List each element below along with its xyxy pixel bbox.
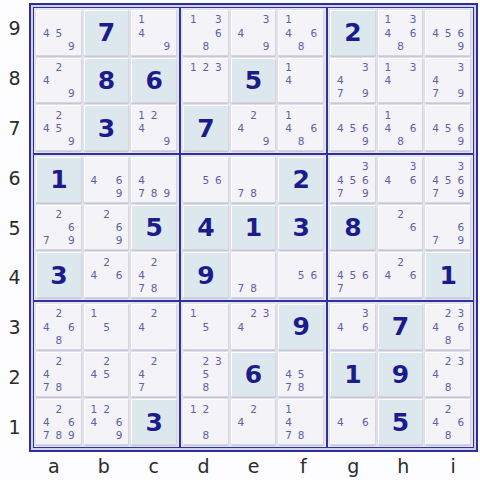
cell-c7[interactable]: 1249 [131,105,177,151]
pencil-marks: 46 [331,400,375,444]
pencil-marks: 24 [132,305,176,349]
solved-digit: 8 [98,68,115,93]
pencil-marks: 4578 [279,353,323,397]
pencil-marks: 13468 [379,11,423,55]
cell-c3[interactable]: 24 [131,304,177,350]
cell-d5[interactable]: 4 [183,205,229,251]
cell-d7[interactable]: 7 [183,105,229,151]
cell-f8[interactable]: 14 [278,58,324,104]
solved-digit: 3 [50,263,67,288]
pencil-marks: 2468 [37,305,81,349]
cell-e3[interactable]: 234 [231,304,277,350]
box-2: 1368349146812351472491468 [180,7,327,154]
row-labels: 987654321 [0,3,29,452]
solved-digit: 7 [98,20,115,45]
cell-e9[interactable]: 349 [231,10,277,56]
pencil-marks: 24 [232,400,276,444]
col-label-f: f [278,452,328,480]
pencil-marks: 15 [184,305,228,349]
solved-digit: 5 [392,410,409,435]
solved-digit: 3 [98,116,115,141]
cell-e2[interactable]: 6 [231,352,277,398]
cell-c8[interactable]: 6 [131,58,177,104]
pencil-marks: 4569 [426,11,470,55]
cell-i1[interactable]: 2468 [425,399,471,445]
cell-b3[interactable]: 15 [84,304,130,350]
pencil-marks: 2679 [37,206,81,250]
cell-g8[interactable]: 3479 [330,58,376,104]
row-label-2: 2 [0,352,29,402]
cell-f9[interactable]: 1468 [278,10,324,56]
pencil-marks: 56 [279,253,323,297]
sudoku-app: 987654321 459714924986245931249136834914… [0,0,480,480]
pencil-marks: 3479 [331,59,375,103]
cell-c6[interactable]: 4789 [131,157,177,203]
cell-b9[interactable]: 7 [84,10,130,56]
pencil-marks: 346 [331,305,375,349]
cell-a8[interactable]: 249 [36,58,82,104]
cell-b6[interactable]: 469 [84,157,130,203]
pencil-marks: 249 [232,106,276,150]
col-labels: abcdefghi [29,452,478,480]
box-6: 34567934634567982667945672461 [327,154,474,301]
col-label-i: i [428,452,478,480]
cell-b7[interactable]: 3 [84,105,130,151]
cell-e4[interactable]: 78 [231,252,277,298]
pencil-marks: 56 [184,158,228,202]
cell-d4[interactable]: 9 [183,252,229,298]
cell-e5[interactable]: 1 [231,205,277,251]
pencil-marks: 12469 [85,400,129,444]
cell-i5[interactable]: 679 [425,205,471,251]
pencil-marks: 2459 [37,106,81,150]
solved-digit: 1 [50,167,67,192]
pencil-marks: 246 [379,253,423,297]
pencil-marks: 23468 [426,305,470,349]
pencil-marks: 469 [85,158,129,202]
cell-c4[interactable]: 2478 [131,252,177,298]
col-label-e: e [229,452,279,480]
cell-a3[interactable]: 2468 [36,304,82,350]
cell-d8[interactable]: 123 [183,58,229,104]
pencil-marks: 246 [85,253,129,297]
pencil-marks: 4567 [331,253,375,297]
box-5: 5678241397856 [180,154,327,301]
cell-g6[interactable]: 345679 [330,157,376,203]
pencil-marks: 249 [37,59,81,103]
solved-digit: 1 [245,215,262,240]
pencil-marks: 269 [85,206,129,250]
col-label-d: d [179,452,229,480]
row-label-1: 1 [0,402,29,452]
pencil-marks: 2358 [184,353,228,397]
cell-c5[interactable]: 5 [131,205,177,251]
cell-i8[interactable]: 3479 [425,58,471,104]
solved-digit: 3 [145,410,162,435]
solved-digit: 1 [439,263,456,288]
solved-digit: 7 [197,116,214,141]
cell-a1[interactable]: 246789 [36,399,82,445]
cell-g2[interactable]: 1 [330,352,376,398]
cell-f4[interactable]: 56 [278,252,324,298]
cell-d6[interactable]: 56 [183,157,229,203]
cell-a7[interactable]: 2459 [36,105,82,151]
cell-c9[interactable]: 149 [131,10,177,56]
pencil-marks: 134 [379,59,423,103]
pencil-marks: 245 [85,353,129,397]
cell-b8[interactable]: 8 [84,58,130,104]
row-label-8: 8 [0,53,29,103]
pencil-marks: 78 [232,253,276,297]
pencil-marks: 14 [279,59,323,103]
cell-g1[interactable]: 46 [330,399,376,445]
pencil-marks: 234 [232,305,276,349]
cell-f7[interactable]: 1468 [278,105,324,151]
pencil-marks: 1468 [379,106,423,150]
cell-i7[interactable]: 4569 [425,105,471,151]
solved-digit: 9 [197,263,214,288]
pencil-marks: 128 [184,400,228,444]
cell-i9[interactable]: 4569 [425,10,471,56]
solved-digit: 7 [392,314,409,339]
pencil-marks: 2348 [426,353,470,397]
box-8: 152349235864578128241478 [180,301,327,448]
cell-h4[interactable]: 246 [378,252,424,298]
board-frame: 4597149249862459312491368349146812351472… [29,3,478,452]
cell-h9[interactable]: 13468 [378,10,424,56]
cell-d2[interactable]: 2358 [183,352,229,398]
box-3: 213468456934791343479456914684569 [327,7,474,154]
solved-digit: 5 [245,68,262,93]
cell-c1[interactable]: 3 [131,399,177,445]
col-label-h: h [378,452,428,480]
pencil-marks: 123 [184,59,228,103]
row-label-9: 9 [0,3,29,53]
col-label-g: g [328,452,378,480]
cell-g9[interactable]: 2 [330,10,376,56]
col-label-c: c [129,452,179,480]
cell-b2[interactable]: 245 [84,352,130,398]
cell-g3[interactable]: 346 [330,304,376,350]
solved-digit: 6 [145,68,162,93]
cell-h6[interactable]: 346 [378,157,424,203]
solved-digit: 2 [292,167,309,192]
row-label-4: 4 [0,252,29,302]
solved-digit: 1 [344,362,361,387]
cell-i2[interactable]: 2348 [425,352,471,398]
pencil-marks: 2478 [132,253,176,297]
solved-digit: 2 [344,20,361,45]
pencil-marks: 15 [85,305,129,349]
cell-e8[interactable]: 5 [231,58,277,104]
pencil-marks: 346 [379,158,423,202]
pencil-marks: 345679 [331,158,375,202]
pencil-marks: 1468 [279,106,323,150]
cell-d1[interactable]: 128 [183,399,229,445]
cell-i6[interactable]: 345679 [425,157,471,203]
cell-b1[interactable]: 12469 [84,399,130,445]
pencil-marks: 1368 [184,11,228,55]
cell-b4[interactable]: 246 [84,252,130,298]
cell-i4[interactable]: 1 [425,252,471,298]
cell-h3[interactable]: 7 [378,304,424,350]
solved-digit: 6 [245,362,262,387]
cell-h5[interactable]: 26 [378,205,424,251]
pencil-marks: 246789 [37,400,81,444]
cell-e7[interactable]: 249 [231,105,277,151]
cell-d9[interactable]: 1368 [183,10,229,56]
row-label-7: 7 [0,103,29,153]
solved-digit: 4 [197,215,214,240]
pencil-marks: 1478 [279,400,323,444]
cell-a9[interactable]: 459 [36,10,82,56]
cell-i3[interactable]: 23468 [425,304,471,350]
cell-f5[interactable]: 3 [278,205,324,251]
cell-a6[interactable]: 1 [36,157,82,203]
cell-h8[interactable]: 134 [378,58,424,104]
pencil-marks: 2468 [426,400,470,444]
cell-a4[interactable]: 3 [36,252,82,298]
box-9: 3467234681923484652468 [327,301,474,448]
col-label-a: a [29,452,79,480]
pencil-marks: 4569 [426,106,470,150]
cell-g4[interactable]: 4567 [330,252,376,298]
pencil-marks: 1468 [279,11,323,55]
pencil-marks: 4789 [132,158,176,202]
pencil-marks: 2478 [37,353,81,397]
box-7: 246815242478245247246789124693 [33,301,180,448]
pencil-marks: 247 [132,353,176,397]
cell-h2[interactable]: 9 [378,352,424,398]
cell-b5[interactable]: 269 [84,205,130,251]
pencil-marks: 78 [232,158,276,202]
box-1: 459714924986245931249 [33,7,180,154]
pencil-marks: 1249 [132,106,176,150]
solved-digit: 8 [344,215,361,240]
solved-digit: 9 [292,314,309,339]
col-label-b: b [79,452,129,480]
pencil-marks: 26 [379,206,423,250]
board: 4597149249862459312491368349146812351472… [33,7,474,448]
row-label-3: 3 [0,302,29,352]
pencil-marks: 149 [132,11,176,55]
cell-f1[interactable]: 1478 [278,399,324,445]
row-label-5: 5 [0,203,29,253]
cell-a2[interactable]: 2478 [36,352,82,398]
pencil-marks: 459 [37,11,81,55]
pencil-marks: 679 [426,206,470,250]
cell-h1[interactable]: 5 [378,399,424,445]
solved-digit: 5 [145,215,162,240]
cell-f2[interactable]: 4578 [278,352,324,398]
cell-h7[interactable]: 1468 [378,105,424,151]
solved-digit: 9 [392,362,409,387]
solved-digit: 3 [292,215,309,240]
cell-e6[interactable]: 78 [231,157,277,203]
pencil-marks: 3479 [426,59,470,103]
cell-e1[interactable]: 24 [231,399,277,445]
pencil-marks: 349 [232,11,276,55]
box-4: 146947892679269532462478 [33,154,180,301]
cell-f3[interactable]: 9 [278,304,324,350]
pencil-marks: 4569 [331,106,375,150]
pencil-marks: 345679 [426,158,470,202]
cell-c2[interactable]: 247 [131,352,177,398]
row-label-6: 6 [0,153,29,203]
cell-a5[interactable]: 2679 [36,205,82,251]
cell-g7[interactable]: 4569 [330,105,376,151]
cell-f6[interactable]: 2 [278,157,324,203]
cell-d3[interactable]: 15 [183,304,229,350]
cell-g5[interactable]: 8 [330,205,376,251]
